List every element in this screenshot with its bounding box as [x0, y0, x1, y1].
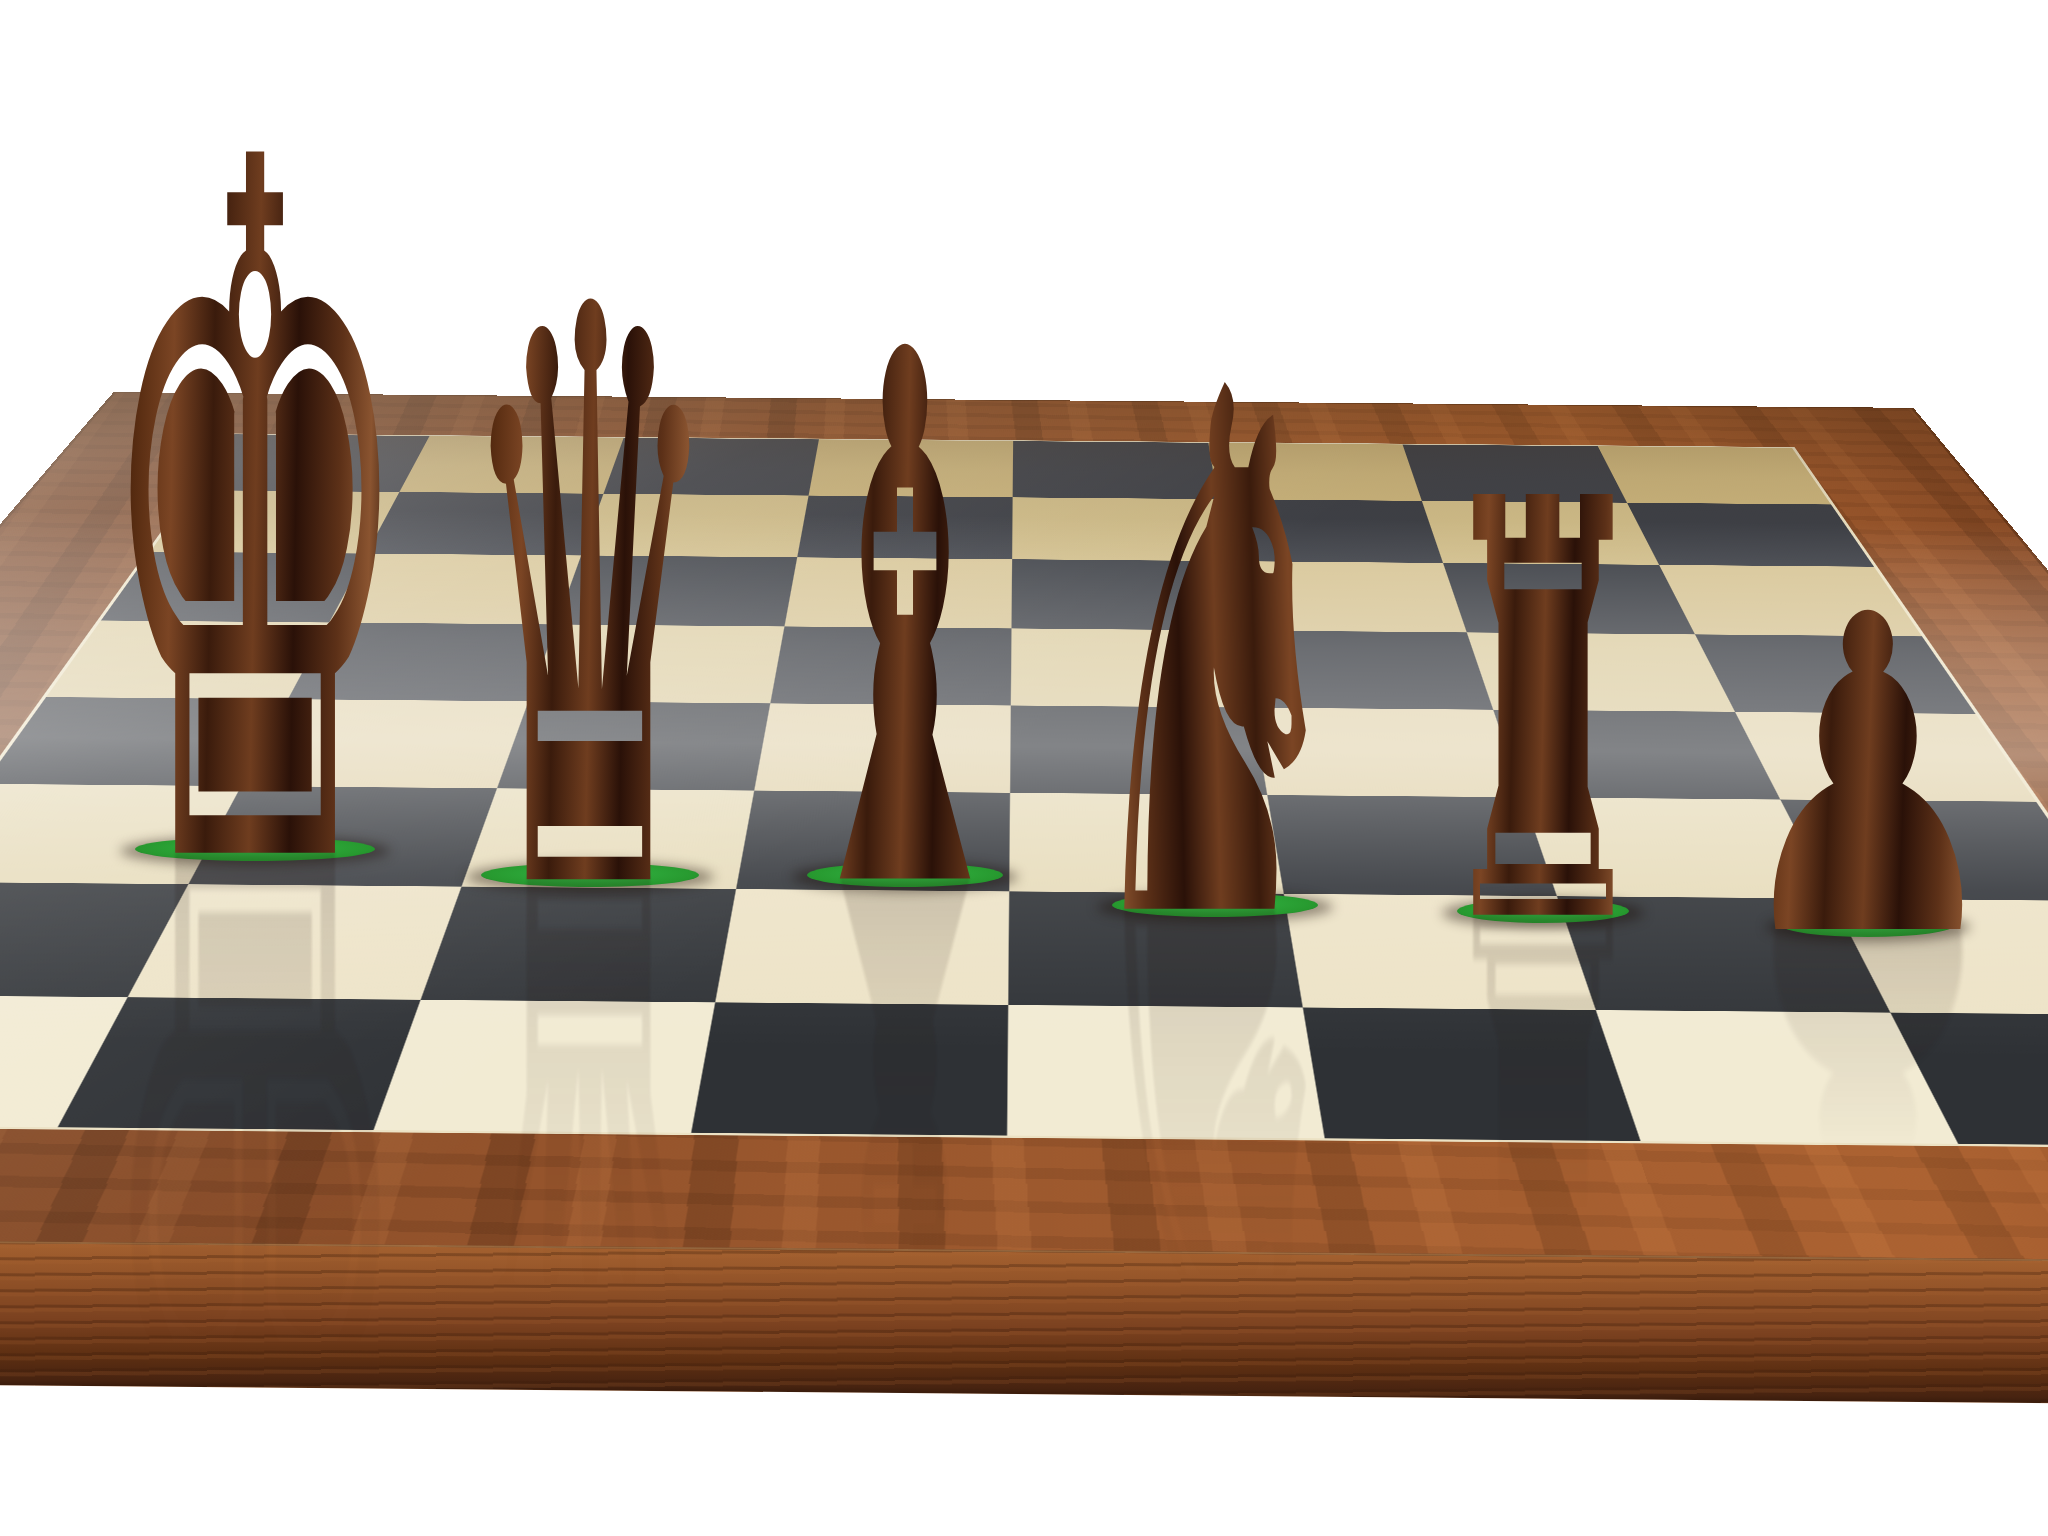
piece-pawn: ♟: [1727, 559, 2009, 996]
piece-rook: ♜: [1432, 427, 1654, 1003]
piece-layer: ♚♛♝♞♜♟: [0, 0, 2048, 1536]
piece-knight: ♞: [1073, 299, 1357, 1020]
piece-queen: ♛: [458, 206, 722, 1001]
piece-bishop: ♝: [780, 259, 1029, 991]
piece-king: ♚: [96, 41, 414, 1001]
chess-product-photo: ♚♛♝♞♜♟ ♚♛♝♞♜♟: [0, 0, 2048, 1536]
